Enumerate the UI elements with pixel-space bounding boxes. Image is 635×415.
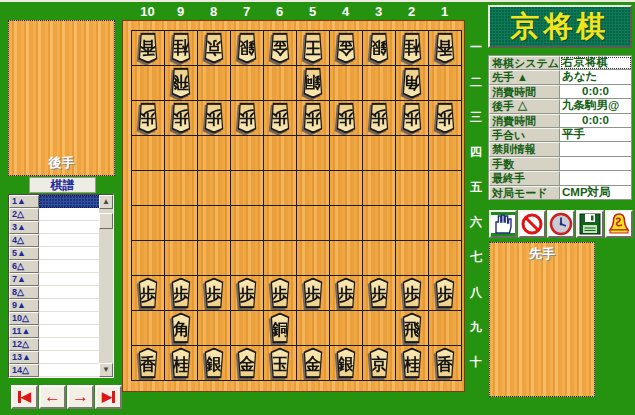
square-6-1[interactable]: 金 <box>264 31 296 65</box>
sente-tray-label: 先手 <box>490 245 594 263</box>
square-6-3[interactable]: 歩 <box>264 101 296 135</box>
move-number[interactable]: 5▲ <box>9 247 39 260</box>
square-8-2[interactable] <box>198 66 230 100</box>
info-label: 手合い <box>489 128 560 142</box>
square-7-5[interactable] <box>231 171 263 205</box>
sente-piece-歩[interactable]: 歩 <box>233 278 261 309</box>
square-5-6[interactable] <box>297 206 329 240</box>
info-row-9: 対局モードCMP対局 <box>489 186 632 200</box>
square-2-10[interactable]: 桂 <box>396 346 428 380</box>
gote-piece-銀[interactable]: 銀 <box>365 33 393 64</box>
rank-label-3: 三 <box>466 100 486 135</box>
square-9-10[interactable]: 桂 <box>165 346 197 380</box>
gote-piece-王[interactable]: 王 <box>299 33 327 64</box>
square-3-6[interactable] <box>363 206 395 240</box>
square-1-8[interactable]: 歩 <box>429 276 461 310</box>
sente-piece-香[interactable]: 香 <box>134 348 162 379</box>
sente-piece-京[interactable]: 京 <box>365 348 393 379</box>
sente-piece-玉[interactable]: 玉 <box>266 348 294 379</box>
square-8-10[interactable]: 銀 <box>198 346 230 380</box>
square-3-8[interactable]: 歩 <box>363 276 395 310</box>
info-row-0: 将棋システム右京将棋 <box>489 56 632 70</box>
undo-hand-button[interactable] <box>489 210 517 238</box>
sente-piece-歩[interactable]: 歩 <box>332 278 360 309</box>
square-3-10[interactable]: 京 <box>363 346 395 380</box>
square-2-9[interactable]: 飛 <box>396 311 428 345</box>
square-5-7[interactable] <box>297 241 329 275</box>
file-label-10: 10 <box>131 4 164 19</box>
kifu-caption: 棋譜 <box>29 177 96 193</box>
move-number[interactable]: 9▲ <box>9 299 39 312</box>
gote-piece-銅[interactable]: 銅 <box>299 68 327 99</box>
info-row-1: 先手 ▲あなた <box>489 70 632 84</box>
scroll-up-icon[interactable]: ▲ <box>99 195 113 209</box>
info-label: 消費時間 <box>489 114 560 128</box>
square-10-8[interactable]: 歩 <box>132 276 164 310</box>
sente-piece-角[interactable]: 角 <box>167 313 195 344</box>
square-6-2[interactable] <box>264 66 296 100</box>
square-8-5[interactable] <box>198 171 230 205</box>
gote-piece-飛[interactable]: 飛 <box>167 68 195 99</box>
kifu-row-11[interactable]: 11▲ <box>9 325 113 338</box>
square-2-7[interactable] <box>396 241 428 275</box>
gote-piece-歩[interactable]: 歩 <box>266 103 294 134</box>
square-2-3[interactable]: 歩 <box>396 101 428 135</box>
square-8-1[interactable]: 京 <box>198 31 230 65</box>
sente-piece-歩[interactable]: 歩 <box>365 278 393 309</box>
kifu-row-1[interactable]: 1▲ <box>9 195 113 208</box>
move-nav-bar: ◀ ← → ▶ <box>11 385 122 409</box>
info-row-7: 手数 <box>489 157 632 171</box>
sente-piece-銀[interactable]: 銀 <box>332 348 360 379</box>
square-5-1[interactable]: 王 <box>297 31 329 65</box>
info-label: 対局モード <box>489 186 560 200</box>
gote-captured-tray[interactable]: 後手 <box>8 20 115 176</box>
move-number[interactable]: 12△ <box>9 338 39 351</box>
gote-piece-歩[interactable]: 歩 <box>233 103 261 134</box>
square-5-3[interactable]: 歩 <box>297 101 329 135</box>
square-9-3[interactable]: 歩 <box>165 101 197 135</box>
sente-piece-歩[interactable]: 歩 <box>299 278 327 309</box>
square-8-7[interactable] <box>198 241 230 275</box>
move-number[interactable]: 11▲ <box>9 325 39 338</box>
square-2-5[interactable] <box>396 171 428 205</box>
file-label-8: 8 <box>197 4 230 19</box>
scrollbar-thumb[interactable] <box>99 213 113 229</box>
square-6-6[interactable] <box>264 206 296 240</box>
sente-piece-歩[interactable]: 歩 <box>200 278 228 309</box>
square-6-4[interactable] <box>264 136 296 170</box>
kifu-row-2[interactable]: 2△ <box>9 208 113 221</box>
file-label-6: 6 <box>263 4 296 19</box>
file-label-5: 5 <box>296 4 329 19</box>
kifu-row-8[interactable]: 8△ <box>9 286 113 299</box>
kifu-row-7[interactable]: 7▲ <box>9 273 113 286</box>
info-value: 九条駒男@ <box>560 99 632 113</box>
square-3-1[interactable]: 銀 <box>363 31 395 65</box>
square-2-1[interactable]: 桂 <box>396 31 428 65</box>
info-label: 最終手 <box>489 171 560 185</box>
file-label-9: 9 <box>164 4 197 19</box>
square-3-9[interactable] <box>363 311 395 345</box>
square-3-5[interactable] <box>363 171 395 205</box>
gote-piece-桂[interactable]: 桂 <box>167 33 195 64</box>
square-2-8[interactable]: 歩 <box>396 276 428 310</box>
move-number[interactable]: 13▲ <box>9 351 39 364</box>
square-4-7[interactable] <box>330 241 362 275</box>
gote-piece-歩[interactable]: 歩 <box>134 103 162 134</box>
square-8-9[interactable] <box>198 311 230 345</box>
file-label-7: 7 <box>230 4 263 19</box>
gote-piece-歩[interactable]: 歩 <box>398 103 426 134</box>
square-4-8[interactable]: 歩 <box>330 276 362 310</box>
square-1-10[interactable]: 香 <box>429 346 461 380</box>
square-7-2[interactable] <box>231 66 263 100</box>
square-1-7[interactable] <box>429 241 461 275</box>
bell-icon <box>607 212 631 236</box>
sente-piece-銅[interactable]: 銅 <box>266 313 294 344</box>
clock-icon <box>549 212 573 236</box>
square-2-6[interactable] <box>396 206 428 240</box>
rank-label-1: 一 <box>466 30 486 65</box>
square-7-4[interactable] <box>231 136 263 170</box>
prev-move-icon: ← <box>44 387 61 407</box>
move-number[interactable]: 10△ <box>9 312 39 325</box>
square-3-7[interactable] <box>363 241 395 275</box>
kifu-rows: 1▲2△3▲4△5▲6△7▲8△9▲10△11▲12△13▲14△ <box>9 195 113 377</box>
gote-piece-桂[interactable]: 桂 <box>398 33 426 64</box>
info-label: 手数 <box>489 157 560 171</box>
square-9-9[interactable]: 角 <box>165 311 197 345</box>
bell-button[interactable] <box>605 210 633 238</box>
square-10-7[interactable] <box>132 241 164 275</box>
square-6-10[interactable]: 玉 <box>264 346 296 380</box>
info-value: CMP対局 <box>560 186 632 200</box>
square-9-4[interactable] <box>165 136 197 170</box>
sente-piece-銀[interactable]: 銀 <box>200 348 228 379</box>
square-1-5[interactable] <box>429 171 461 205</box>
sente-piece-歩[interactable]: 歩 <box>266 278 294 309</box>
kifu-row-3[interactable]: 3▲ <box>9 221 113 234</box>
move-number[interactable]: 3▲ <box>9 221 39 234</box>
save-button[interactable] <box>576 210 604 238</box>
next-move-icon: → <box>72 387 89 407</box>
gote-piece-歩[interactable]: 歩 <box>332 103 360 134</box>
nav-last-button[interactable]: ▶ <box>95 385 122 409</box>
square-9-7[interactable] <box>165 241 197 275</box>
rank-label-9: 九 <box>466 310 486 345</box>
nav-next-button[interactable]: → <box>67 385 94 409</box>
square-5-8[interactable]: 歩 <box>297 276 329 310</box>
square-4-2[interactable] <box>330 66 362 100</box>
info-row-2: 消費時間0:0:0 <box>489 85 632 99</box>
gote-piece-歩[interactable]: 歩 <box>365 103 393 134</box>
file-label-2: 2 <box>395 4 428 19</box>
square-4-9[interactable] <box>330 311 362 345</box>
square-1-9[interactable] <box>429 311 461 345</box>
move-number[interactable]: 2△ <box>9 208 39 221</box>
gote-piece-香[interactable]: 香 <box>431 33 459 64</box>
sente-piece-歩[interactable]: 歩 <box>398 278 426 309</box>
kifu-row-4[interactable]: 4△ <box>9 234 113 247</box>
sente-piece-歩[interactable]: 歩 <box>431 278 459 309</box>
game-info-table: 将棋システム右京将棋先手 ▲あなた消費時間0:0:0後手 △九条駒男@消費時間0… <box>488 55 632 200</box>
move-number[interactable]: 7▲ <box>9 273 39 286</box>
square-4-10[interactable]: 銀 <box>330 346 362 380</box>
square-1-3[interactable]: 歩 <box>429 101 461 135</box>
sente-piece-飛[interactable]: 飛 <box>398 313 426 344</box>
rank-label-8: 八 <box>466 275 486 310</box>
sente-captured-tray[interactable]: 先手 <box>489 242 595 397</box>
shogi-board: 香桂京銀金王金銀桂香飛銅角歩歩歩歩歩歩歩歩歩歩歩歩歩歩歩歩歩歩歩歩角銅飛香桂銀金… <box>131 30 462 381</box>
square-7-10[interactable]: 金 <box>231 346 263 380</box>
square-4-1[interactable]: 金 <box>330 31 362 65</box>
square-2-2[interactable]: 角 <box>396 66 428 100</box>
nav-first-button[interactable]: ◀ <box>11 385 38 409</box>
square-6-9[interactable]: 銅 <box>264 311 296 345</box>
gote-tray-label: 後手 <box>9 154 114 172</box>
square-9-2[interactable]: 飛 <box>165 66 197 100</box>
square-5-2[interactable]: 銅 <box>297 66 329 100</box>
sente-piece-桂[interactable]: 桂 <box>167 348 195 379</box>
move-number[interactable]: 1▲ <box>9 195 39 208</box>
toolbar <box>489 210 633 238</box>
move-number[interactable]: 6△ <box>9 260 39 273</box>
gote-piece-歩[interactable]: 歩 <box>200 103 228 134</box>
kifu-row-12[interactable]: 12△ <box>9 338 113 351</box>
app-title-box: 京将棋 <box>488 5 632 48</box>
square-4-3[interactable]: 歩 <box>330 101 362 135</box>
square-7-7[interactable] <box>231 241 263 275</box>
square-10-2[interactable] <box>132 66 164 100</box>
square-10-6[interactable] <box>132 206 164 240</box>
first-move-icon: ◀ <box>21 389 31 404</box>
sente-piece-金[interactable]: 金 <box>233 348 261 379</box>
square-3-4[interactable] <box>363 136 395 170</box>
board-frame: 香桂京銀金王金銀桂香飛銅角歩歩歩歩歩歩歩歩歩歩歩歩歩歩歩歩歩歩歩歩角銅飛香桂銀金… <box>122 20 465 392</box>
kifu-row-14[interactable]: 14△ <box>9 364 113 377</box>
kifu-row-6[interactable]: 6△ <box>9 260 113 273</box>
sente-piece-金[interactable]: 金 <box>299 348 327 379</box>
prohibit-icon <box>520 212 544 236</box>
square-10-10[interactable]: 香 <box>132 346 164 380</box>
info-row-6: 禁則情報 <box>489 142 632 156</box>
square-7-9[interactable] <box>231 311 263 345</box>
square-7-1[interactable]: 銀 <box>231 31 263 65</box>
window-top-strip <box>0 0 635 2</box>
file-labels: 10987654321 <box>131 4 461 19</box>
sente-piece-桂[interactable]: 桂 <box>398 348 426 379</box>
gote-piece-歩[interactable]: 歩 <box>431 103 459 134</box>
info-value <box>560 157 632 171</box>
square-4-6[interactable] <box>330 206 362 240</box>
file-label-1: 1 <box>428 4 461 19</box>
info-label: 将棋システム <box>489 56 560 70</box>
rank-label-6: 六 <box>466 205 486 240</box>
rank-label-10: 十 <box>466 345 486 380</box>
square-4-5[interactable] <box>330 171 362 205</box>
square-5-10[interactable]: 金 <box>297 346 329 380</box>
info-value: 0:0:0 <box>560 85 632 99</box>
square-7-8[interactable]: 歩 <box>231 276 263 310</box>
square-1-2[interactable] <box>429 66 461 100</box>
gote-piece-金[interactable]: 金 <box>266 33 294 64</box>
square-10-1[interactable]: 香 <box>132 31 164 65</box>
info-value <box>560 171 632 185</box>
info-label: 後手 △ <box>489 99 560 113</box>
square-9-8[interactable]: 歩 <box>165 276 197 310</box>
nav-prev-button[interactable]: ← <box>39 385 66 409</box>
move-number[interactable]: 8△ <box>9 286 39 299</box>
file-label-4: 4 <box>329 4 362 19</box>
square-6-7[interactable] <box>264 241 296 275</box>
square-8-3[interactable]: 歩 <box>198 101 230 135</box>
floppy-icon <box>578 212 602 236</box>
gote-piece-歩[interactable]: 歩 <box>167 103 195 134</box>
square-1-1[interactable]: 香 <box>429 31 461 65</box>
rank-labels: 一二三四五六七八九十 <box>466 30 486 380</box>
info-value <box>560 142 632 156</box>
rank-label-2: 二 <box>466 65 486 100</box>
clock-button[interactable] <box>547 210 575 238</box>
app-title: 京将棋 <box>511 7 610 47</box>
rank-label-4: 四 <box>466 135 486 170</box>
square-8-4[interactable] <box>198 136 230 170</box>
square-4-4[interactable] <box>330 136 362 170</box>
forbid-button[interactable] <box>518 210 546 238</box>
kifu-row-5[interactable]: 5▲ <box>9 247 113 260</box>
info-value: 0:0:0 <box>560 114 632 128</box>
square-10-5[interactable] <box>132 171 164 205</box>
last-move-icon: ▶ <box>102 389 112 404</box>
square-6-8[interactable]: 歩 <box>264 276 296 310</box>
sente-piece-歩[interactable]: 歩 <box>134 278 162 309</box>
gote-piece-銀[interactable]: 銀 <box>233 33 261 64</box>
square-2-4[interactable] <box>396 136 428 170</box>
kifu-move-list[interactable]: 1▲2△3▲4△5▲6△7▲8△9▲10△11▲12△13▲14△ ▲ ▼ <box>8 194 114 378</box>
square-10-4[interactable] <box>132 136 164 170</box>
info-label: 消費時間 <box>489 85 560 99</box>
file-label-3: 3 <box>362 4 395 19</box>
square-10-9[interactable] <box>132 311 164 345</box>
kifu-row-9[interactable]: 9▲ <box>9 299 113 312</box>
square-1-4[interactable] <box>429 136 461 170</box>
square-7-6[interactable] <box>231 206 263 240</box>
square-6-5[interactable] <box>264 171 296 205</box>
move-number[interactable]: 14△ <box>9 364 39 377</box>
move-number[interactable]: 4△ <box>9 234 39 247</box>
kifu-scrollbar[interactable]: ▲ ▼ <box>99 195 113 377</box>
square-5-5[interactable] <box>297 171 329 205</box>
scroll-down-icon[interactable]: ▼ <box>99 363 113 377</box>
info-label: 禁則情報 <box>489 142 560 156</box>
gote-piece-角[interactable]: 角 <box>398 68 426 99</box>
info-row-3: 後手 △九条駒男@ <box>489 99 632 113</box>
square-3-2[interactable] <box>363 66 395 100</box>
kifu-row-13[interactable]: 13▲ <box>9 351 113 364</box>
square-3-3[interactable]: 歩 <box>363 101 395 135</box>
rank-label-7: 七 <box>466 240 486 275</box>
gote-piece-京[interactable]: 京 <box>200 33 228 64</box>
rank-label-5: 五 <box>466 170 486 205</box>
square-5-9[interactable] <box>297 311 329 345</box>
square-9-1[interactable]: 桂 <box>165 31 197 65</box>
info-value: 右京将棋 <box>560 56 632 70</box>
info-row-8: 最終手 <box>489 171 632 185</box>
square-8-8[interactable]: 歩 <box>198 276 230 310</box>
gote-piece-金[interactable]: 金 <box>332 33 360 64</box>
info-value: あなた <box>560 70 632 84</box>
hand-icon <box>491 212 515 236</box>
gote-piece-香[interactable]: 香 <box>134 33 162 64</box>
gote-piece-歩[interactable]: 歩 <box>299 103 327 134</box>
square-7-3[interactable]: 歩 <box>231 101 263 135</box>
info-label: 先手 ▲ <box>489 70 560 84</box>
square-5-4[interactable] <box>297 136 329 170</box>
square-9-5[interactable] <box>165 171 197 205</box>
sente-piece-香[interactable]: 香 <box>431 348 459 379</box>
info-row-4: 消費時間0:0:0 <box>489 114 632 128</box>
square-9-6[interactable] <box>165 206 197 240</box>
kifu-row-10[interactable]: 10△ <box>9 312 113 325</box>
info-value: 平手 <box>560 128 632 142</box>
sente-piece-歩[interactable]: 歩 <box>167 278 195 309</box>
square-10-3[interactable]: 歩 <box>132 101 164 135</box>
square-1-6[interactable] <box>429 206 461 240</box>
square-8-6[interactable] <box>198 206 230 240</box>
info-row-5: 手合い平手 <box>489 128 632 142</box>
